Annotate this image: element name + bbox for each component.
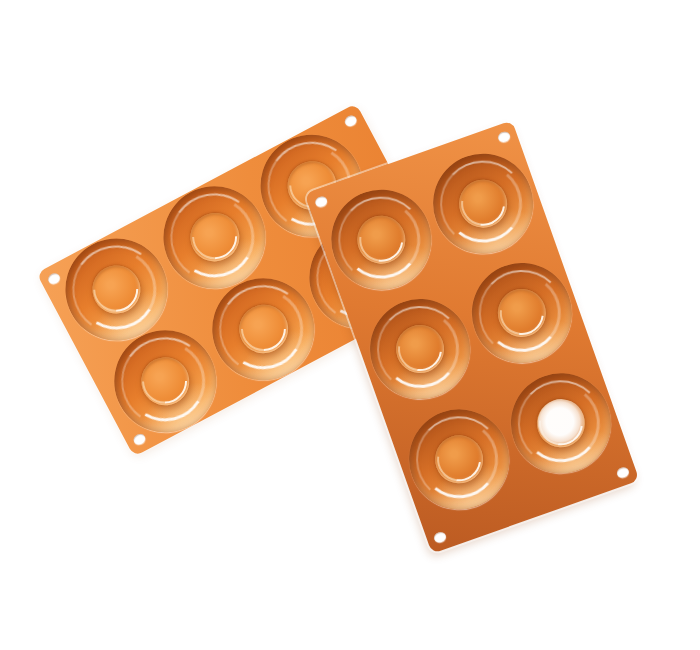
hanging-hole-4	[616, 466, 631, 479]
hanging-hole-3	[433, 530, 448, 543]
hanging-hole-1	[314, 195, 329, 208]
product-photo-scene	[0, 0, 700, 650]
donut-cavity-r3c2	[497, 359, 625, 487]
donut-cavity-r1c1	[318, 176, 446, 304]
donut-cavity-r2c1	[356, 285, 484, 413]
hanging-hole-2	[497, 130, 512, 143]
right-mold	[305, 120, 640, 554]
hanging-hole-1	[46, 271, 61, 285]
donut-cavity-r3c1	[395, 395, 523, 523]
hanging-hole-2	[343, 114, 358, 128]
hanging-hole-3	[132, 432, 147, 446]
donut-cavity-r1c2	[419, 140, 547, 268]
donut-cavity-r2c2	[458, 249, 586, 377]
